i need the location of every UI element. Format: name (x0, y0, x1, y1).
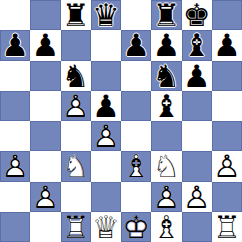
black-king[interactable]: ♚ (182, 0, 212, 30)
square-a3[interactable]: ♟♙ (0, 151, 30, 181)
black-pawn[interactable]: ♟ (182, 61, 212, 91)
square-g7[interactable]: ♝ (182, 30, 212, 60)
white-knight[interactable]: ♞♘ (61, 151, 91, 181)
black-pawn[interactable]: ♟ (0, 30, 30, 60)
white-pawn-outline-glyph: ♙ (212, 151, 242, 181)
white-pawn[interactable]: ♟♙ (182, 182, 212, 212)
square-b2[interactable]: ♟♙ (30, 182, 60, 212)
black-knight[interactable]: ♞ (151, 61, 181, 91)
black-pawn-glyph: ♟ (212, 30, 242, 60)
black-rook[interactable]: ♜ (151, 0, 181, 30)
square-e4[interactable] (121, 121, 151, 151)
white-knight-outline-glyph: ♘ (61, 151, 91, 181)
square-g3[interactable] (182, 151, 212, 181)
black-pawn-glyph: ♟ (121, 30, 151, 60)
white-bishop[interactable]: ♝♗ (151, 212, 181, 242)
square-f4[interactable] (151, 121, 181, 151)
square-d6[interactable] (91, 61, 121, 91)
square-a8[interactable] (0, 0, 30, 30)
square-e6[interactable] (121, 61, 151, 91)
white-pawn-outline-glyph: ♙ (91, 121, 121, 151)
square-g5[interactable] (182, 91, 212, 121)
black-bishop[interactable]: ♝ (182, 30, 212, 60)
square-a6[interactable] (0, 61, 30, 91)
black-pawn[interactable]: ♟ (121, 30, 151, 60)
white-rook-outline-glyph: ♖ (61, 212, 91, 242)
square-b7[interactable]: ♟ (30, 30, 60, 60)
black-pawn[interactable]: ♟ (30, 30, 60, 60)
square-e7[interactable]: ♟ (121, 30, 151, 60)
square-f8[interactable]: ♜ (151, 0, 181, 30)
white-bishop-outline-glyph: ♗ (121, 151, 151, 181)
black-pawn-glyph: ♟ (0, 30, 30, 60)
square-g2[interactable]: ♟♙ (182, 182, 212, 212)
square-d2[interactable] (91, 182, 121, 212)
square-g6[interactable]: ♟ (182, 61, 212, 91)
square-c7[interactable] (61, 30, 91, 60)
white-rook[interactable]: ♜♖ (61, 212, 91, 242)
square-h1[interactable]: ♜♖ (212, 212, 242, 242)
black-pawn-glyph: ♟ (30, 30, 60, 60)
white-king-outline-glyph: ♔ (121, 212, 151, 242)
square-g8[interactable]: ♚ (182, 0, 212, 30)
square-g1[interactable] (182, 212, 212, 242)
square-e5[interactable] (121, 91, 151, 121)
square-h6[interactable] (212, 61, 242, 91)
black-knight[interactable]: ♞ (61, 61, 91, 91)
black-knight-glyph: ♞ (151, 61, 181, 91)
square-h8[interactable] (212, 0, 242, 30)
black-pawn[interactable]: ♟ (212, 30, 242, 60)
square-c4[interactable] (61, 121, 91, 151)
white-queen[interactable]: ♛♕ (91, 212, 121, 242)
square-d5[interactable]: ♟ (91, 91, 121, 121)
black-pawn[interactable]: ♟ (91, 91, 121, 121)
black-bishop-glyph: ♝ (182, 30, 212, 60)
white-knight-outline-glyph: ♘ (151, 151, 181, 181)
white-knight[interactable]: ♞♘ (151, 151, 181, 181)
white-pawn-outline-glyph: ♙ (0, 151, 30, 181)
square-e3[interactable]: ♝♗ (121, 151, 151, 181)
square-b1[interactable] (30, 212, 60, 242)
black-pawn-glyph: ♟ (182, 61, 212, 91)
white-pawn-outline-glyph: ♙ (61, 91, 91, 121)
white-pawn[interactable]: ♟♙ (91, 121, 121, 151)
chess-board: ♜♛♜♚♟♟♟♟♝♟♞♞♟♟♙♟♝♟♙♟♙♞♘♝♗♞♘♟♙♟♙♟♙♟♙♜♖♛♕♚… (0, 0, 242, 242)
white-pawn[interactable]: ♟♙ (212, 151, 242, 181)
square-f7[interactable]: ♟ (151, 30, 181, 60)
black-knight-glyph: ♞ (61, 61, 91, 91)
black-rook-glyph: ♜ (61, 0, 91, 30)
white-bishop-outline-glyph: ♗ (151, 212, 181, 242)
square-c1[interactable]: ♜♖ (61, 212, 91, 242)
square-d1[interactable]: ♛♕ (91, 212, 121, 242)
square-d8[interactable]: ♛ (91, 0, 121, 30)
white-queen-outline-glyph: ♕ (91, 212, 121, 242)
white-pawn-outline-glyph: ♙ (151, 182, 181, 212)
square-d4[interactable]: ♟♙ (91, 121, 121, 151)
white-king[interactable]: ♚♔ (121, 212, 151, 242)
white-rook[interactable]: ♜♖ (212, 212, 242, 242)
square-b4[interactable] (30, 121, 60, 151)
square-b8[interactable] (30, 0, 60, 30)
square-f3[interactable]: ♞♘ (151, 151, 181, 181)
square-a7[interactable]: ♟ (0, 30, 30, 60)
black-pawn-glyph: ♟ (91, 91, 121, 121)
square-e8[interactable] (121, 0, 151, 30)
square-f2[interactable]: ♟♙ (151, 182, 181, 212)
square-c2[interactable] (61, 182, 91, 212)
square-e2[interactable] (121, 182, 151, 212)
square-h4[interactable] (212, 121, 242, 151)
white-rook-outline-glyph: ♖ (212, 212, 242, 242)
white-pawn[interactable]: ♟♙ (30, 182, 60, 212)
black-pawn-glyph: ♟ (151, 30, 181, 60)
white-pawn-outline-glyph: ♙ (182, 182, 212, 212)
square-d7[interactable] (91, 30, 121, 60)
square-h5[interactable] (212, 91, 242, 121)
black-bishop[interactable]: ♝ (151, 91, 181, 121)
black-rook-glyph: ♜ (151, 0, 181, 30)
square-c6[interactable]: ♞ (61, 61, 91, 91)
square-b6[interactable] (30, 61, 60, 91)
square-a1[interactable] (0, 212, 30, 242)
square-f1[interactable]: ♝♗ (151, 212, 181, 242)
square-f5[interactable]: ♝ (151, 91, 181, 121)
square-h3[interactable]: ♟♙ (212, 151, 242, 181)
square-a2[interactable] (0, 182, 30, 212)
square-h7[interactable]: ♟ (212, 30, 242, 60)
black-queen-glyph: ♛ (91, 0, 121, 30)
black-rook[interactable]: ♜ (61, 0, 91, 30)
square-c3[interactable]: ♞♘ (61, 151, 91, 181)
square-e1[interactable]: ♚♔ (121, 212, 151, 242)
square-c5[interactable]: ♟♙ (61, 91, 91, 121)
white-pawn[interactable]: ♟♙ (0, 151, 30, 181)
square-h2[interactable] (212, 182, 242, 212)
white-bishop[interactable]: ♝♗ (121, 151, 151, 181)
white-pawn-outline-glyph: ♙ (30, 182, 60, 212)
square-b3[interactable] (30, 151, 60, 181)
white-pawn[interactable]: ♟♙ (61, 91, 91, 121)
square-d3[interactable] (91, 151, 121, 181)
square-c8[interactable]: ♜ (61, 0, 91, 30)
square-a4[interactable] (0, 121, 30, 151)
black-queen[interactable]: ♛ (91, 0, 121, 30)
square-a5[interactable] (0, 91, 30, 121)
black-king-glyph: ♚ (182, 0, 212, 30)
square-f6[interactable]: ♞ (151, 61, 181, 91)
black-bishop-glyph: ♝ (151, 91, 181, 121)
square-g4[interactable] (182, 121, 212, 151)
black-pawn[interactable]: ♟ (151, 30, 181, 60)
square-b5[interactable] (30, 91, 60, 121)
white-pawn[interactable]: ♟♙ (151, 182, 181, 212)
